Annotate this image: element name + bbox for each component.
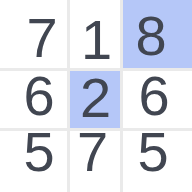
cell-r3c3[interactable]: 5 [123,131,192,192]
cell-r1c2[interactable]: 1 [70,0,120,68]
cell-r2c2[interactable]: 2 [70,71,120,128]
cell-r2c3[interactable]: 6 [123,71,192,128]
digit: 6 [138,71,168,124]
digit: 5 [23,131,53,180]
cell-r2c1[interactable]: 6 [0,71,67,128]
digit: 2 [80,71,110,126]
digit: 6 [23,71,53,124]
cell-r3c2[interactable]: 7 [70,131,120,192]
cell-r3c1[interactable]: 5 [0,131,67,192]
digit: 8 [135,8,165,64]
digit: 1 [81,12,111,68]
digit: 7 [77,131,107,180]
cell-r1c3[interactable]: 8 [123,0,192,68]
digit: 7 [26,10,56,66]
cell-r1c1[interactable]: 7 [0,0,67,68]
sudoku-board: 7 1 8 6 2 6 5 7 5 [0,0,192,192]
digit: 5 [137,131,167,180]
